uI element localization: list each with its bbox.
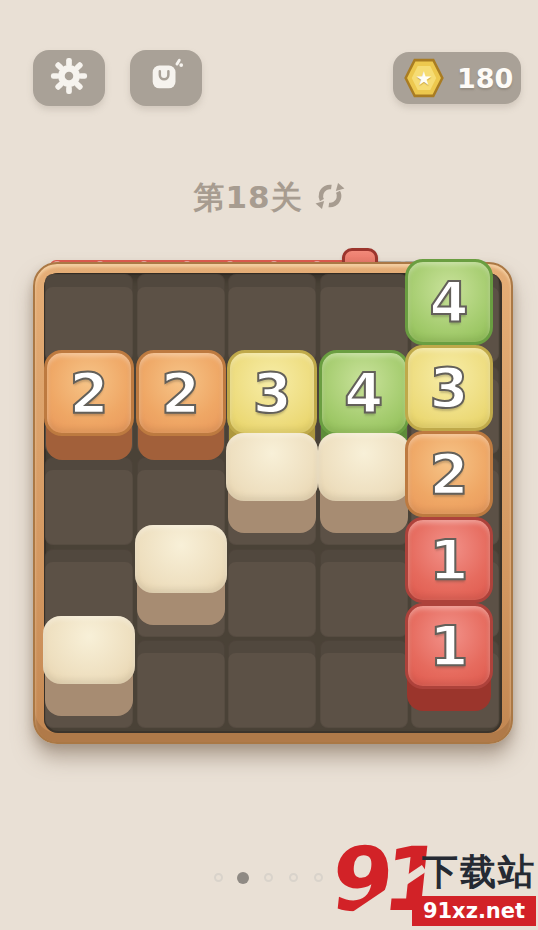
- board-cell: [228, 640, 316, 728]
- tile-face: 2: [44, 350, 134, 436]
- tile-number: 2: [161, 365, 200, 421]
- tile-number: 3: [253, 365, 292, 421]
- watermark-site-name: 下载站: [410, 852, 536, 892]
- board-cell: [320, 640, 408, 728]
- board-cell: [137, 640, 225, 728]
- block-top-face: [226, 433, 318, 501]
- gold-coin-icon: ★: [403, 57, 445, 99]
- page-dot: [214, 873, 223, 882]
- coin-counter[interactable]: ★ 180: [393, 52, 521, 104]
- tile-face: 3: [227, 350, 317, 436]
- incoming-tile-3[interactable]: 3: [405, 345, 493, 431]
- blank-block[interactable]: [135, 525, 227, 627]
- level-progress-bar: [0, 120, 538, 170]
- tile-number: 4: [344, 365, 383, 421]
- page-dot: [289, 873, 298, 882]
- page-dot: [264, 873, 273, 882]
- tile-face: 3: [405, 345, 493, 431]
- blank-block[interactable]: [43, 616, 135, 718]
- incoming-tile-4[interactable]: 4: [405, 259, 493, 345]
- blank-block[interactable]: [318, 433, 410, 535]
- watermark-url-bar: 91xz.net: [412, 896, 536, 926]
- page-dot-active: [237, 872, 249, 884]
- star-icon: ★: [403, 57, 445, 99]
- block-top-face: [135, 525, 227, 593]
- tile-face: 4: [319, 350, 409, 436]
- block-top-face: [318, 433, 410, 501]
- tile-face: 2: [405, 431, 493, 517]
- game-board: 223443211: [33, 262, 513, 744]
- tile-2[interactable]: 2: [136, 350, 226, 464]
- board-cell: [320, 549, 408, 637]
- block-top-face: [43, 616, 135, 684]
- watermark-url: 91xz.net: [423, 899, 525, 923]
- incoming-tile-1[interactable]: 1: [405, 517, 493, 603]
- restart-level-icon[interactable]: [315, 181, 345, 215]
- tile-face: 4: [405, 259, 493, 345]
- settings-button[interactable]: [33, 50, 105, 106]
- gear-icon: [50, 57, 88, 99]
- screenshot-pagination: [0, 869, 340, 889]
- game-screen: ★ 180 第18关 223443211 91 下载站 91xz.net: [0, 0, 538, 930]
- tile-face: 2: [136, 350, 226, 436]
- tile-2[interactable]: 2: [44, 350, 134, 464]
- tile-number: 3: [430, 360, 469, 416]
- incoming-tile-1[interactable]: 1: [405, 603, 493, 715]
- board-grid: 223443211: [44, 273, 502, 733]
- shop-button[interactable]: [130, 50, 202, 106]
- blank-block[interactable]: [226, 433, 318, 535]
- board-cell: [228, 549, 316, 637]
- level-label: 第18关: [193, 177, 302, 219]
- incoming-tile-2[interactable]: 2: [405, 431, 493, 517]
- shopping-bag-icon: [147, 57, 185, 99]
- tile-number: 4: [430, 274, 469, 330]
- board-cell: [45, 457, 133, 545]
- coin-amount: 180: [457, 63, 513, 94]
- tile-number: 2: [70, 365, 109, 421]
- tile-number: 1: [430, 618, 469, 674]
- page-dot: [314, 873, 323, 882]
- tile-number: 1: [430, 532, 469, 588]
- tile-face: 1: [405, 517, 493, 603]
- watermark: 91 下载站 91xz.net: [332, 852, 538, 930]
- tile-number: 2: [430, 446, 469, 502]
- tile-face: 1: [405, 603, 493, 689]
